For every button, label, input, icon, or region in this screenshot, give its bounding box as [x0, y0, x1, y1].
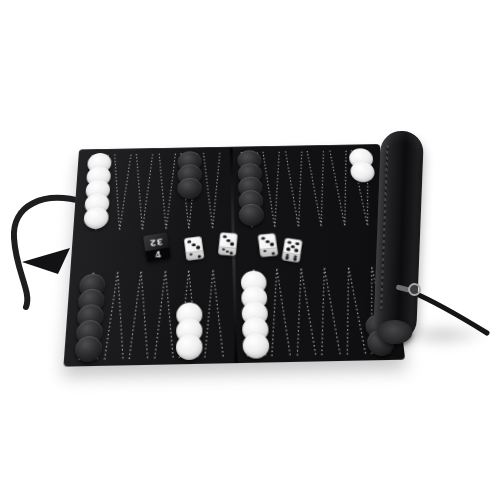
board-surface: 32 4 [63, 144, 405, 367]
rolled-flap [373, 130, 424, 341]
point-7 [201, 265, 227, 358]
die-pip [285, 257, 288, 260]
point-18 [200, 153, 224, 234]
doubling-cube[interactable]: 32 4 [143, 232, 171, 262]
product-photo-scene: 32 4 [0, 0, 500, 500]
die-pip [230, 252, 233, 255]
die-pip [187, 240, 191, 244]
die-pip [198, 255, 201, 258]
top-points-row [84, 150, 380, 236]
white-die-3[interactable] [257, 233, 278, 257]
point-9 [151, 266, 177, 359]
die-pip [192, 243, 196, 247]
die-front-face [185, 250, 204, 261]
zipper-pull[interactable] [408, 283, 421, 296]
backgammon-board: 32 4 [63, 144, 405, 367]
tie-cord-right [412, 292, 487, 333]
point-24 [349, 150, 380, 230]
die-pip [261, 237, 265, 241]
die-pip [263, 250, 266, 253]
point-17 [177, 153, 200, 234]
die-pip [223, 235, 227, 238]
doubling-cube-front-face: 4 [145, 247, 171, 262]
die-pip [272, 252, 275, 255]
point-8 [176, 265, 201, 358]
die-pip [189, 253, 192, 256]
zipper-teeth [380, 144, 388, 310]
white-die-4[interactable] [281, 237, 302, 262]
die-front-face [259, 247, 278, 257]
die-pip [196, 246, 200, 250]
die-pip [286, 247, 290, 251]
die-pip [293, 258, 296, 261]
white-checker[interactable] [175, 334, 202, 360]
die-pip [230, 242, 234, 246]
die-front-face [218, 246, 237, 256]
die-pip [222, 248, 225, 251]
die-pip [270, 243, 274, 247]
die-pip [226, 250, 229, 253]
die-pip [287, 241, 291, 245]
die-pip [265, 240, 269, 244]
die-pip [294, 249, 298, 253]
white-die-2[interactable] [218, 232, 238, 256]
die-pip [291, 245, 295, 249]
bottom-points-row [76, 262, 394, 360]
white-die-1[interactable] [184, 236, 205, 261]
strap-flap-left [22, 248, 70, 274]
die-pip [226, 239, 230, 243]
die-pip [295, 242, 299, 246]
